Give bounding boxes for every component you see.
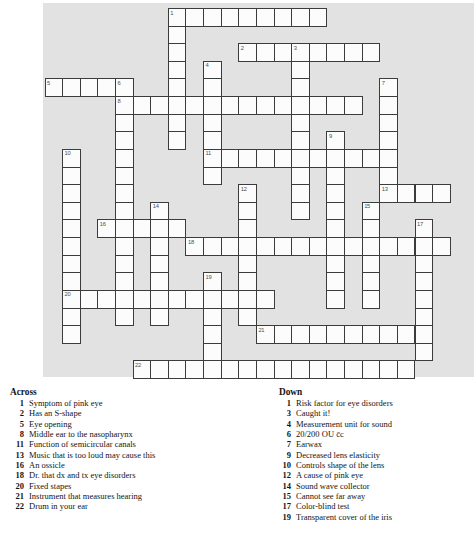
grid-cell-r18c17[interactable] <box>344 325 363 344</box>
grid-cell-r15c9[interactable]: 19 <box>203 272 222 291</box>
grid-cell-r18c20[interactable] <box>397 325 416 344</box>
cell-number-9: 9 <box>329 133 332 140</box>
grid-cell-r8c14[interactable] <box>291 149 310 168</box>
grid-cell-r14c6[interactable] <box>150 255 169 274</box>
cell-number-21: 21 <box>258 327 264 334</box>
grid-cell-r18c15[interactable] <box>309 325 328 344</box>
grid-cell-r18c14[interactable] <box>291 325 310 344</box>
grid-cell-r16c18[interactable] <box>362 290 381 309</box>
grid-cell-r9c19[interactable] <box>379 167 398 186</box>
grid-cell-r5c7[interactable] <box>168 96 187 115</box>
grid-cell-r8c18[interactable] <box>362 149 381 168</box>
grid-cell-r9c14[interactable] <box>291 167 310 186</box>
grid-cell-r16c2[interactable] <box>80 290 99 309</box>
clue-number: 1 <box>279 398 291 408</box>
grid-cell-r16c7[interactable] <box>168 290 187 309</box>
grid-cell-r6c4[interactable] <box>115 114 134 133</box>
grid-cell-r18c1[interactable] <box>62 325 81 344</box>
grid-cell-r4c19[interactable]: 7 <box>379 78 398 97</box>
across-clue-2: 2Has an S-shape <box>10 408 265 418</box>
grid-cell-r13c4[interactable] <box>115 237 134 256</box>
grid-cell-r4c4[interactable]: 6 <box>115 78 134 97</box>
clue-text: Instrument that measures hearing <box>24 491 142 501</box>
grid-cell-r5c8[interactable] <box>185 96 204 115</box>
clue-number: 1 <box>10 398 24 408</box>
grid-cell-r19c9[interactable] <box>203 343 222 362</box>
cell-number-14: 14 <box>153 203 159 210</box>
grid-cell-r13c20[interactable] <box>397 237 416 256</box>
grid-cell-r8c11[interactable] <box>238 149 257 168</box>
grid-cell-r8c15[interactable] <box>309 149 328 168</box>
grid-cell-r16c6[interactable] <box>150 290 169 309</box>
down-clue-10: 10Controls shape of the lens <box>279 460 471 470</box>
grid-cell-r3c14[interactable] <box>291 61 310 80</box>
cell-number-22: 22 <box>135 362 141 369</box>
cell-number-17: 17 <box>417 221 423 228</box>
grid-cell-r8c4[interactable] <box>115 149 134 168</box>
clue-text: Middle ear to the nasopharynx <box>24 429 133 439</box>
grid-cell-r20c12[interactable] <box>256 360 275 379</box>
down-clue-1: 1Risk factor for eye disorders <box>279 398 471 408</box>
grid-cell-r17c9[interactable] <box>203 308 222 327</box>
grid-cell-r0c8[interactable] <box>185 8 204 27</box>
grid-cell-r2c12[interactable] <box>256 43 275 62</box>
grid-cell-r20c10[interactable] <box>221 360 240 379</box>
grid-cell-r2c7[interactable] <box>168 43 187 62</box>
grid-cell-r10c4[interactable] <box>115 184 134 203</box>
grid-cell-r12c21[interactable]: 17 <box>415 219 434 238</box>
grid-cell-r12c5[interactable] <box>133 219 152 238</box>
clue-text: An ossicle <box>24 460 65 470</box>
clue-number: 13 <box>10 450 24 460</box>
grid-cell-r0c14[interactable] <box>291 8 310 27</box>
grid-cell-r14c21[interactable] <box>415 255 434 274</box>
grid-cell-r5c11[interactable] <box>238 96 257 115</box>
grid-cell-r13c18[interactable] <box>362 237 381 256</box>
across-clues-section: Across 1Symptom of pink eye2Has an S-sha… <box>10 387 265 512</box>
grid-cell-r0c9[interactable] <box>203 8 222 27</box>
clue-text: Drum in your ear <box>24 501 88 511</box>
cell-number-18: 18 <box>188 239 194 246</box>
clue-number: 20 <box>10 481 24 491</box>
grid-cell-r20c15[interactable] <box>309 360 328 379</box>
clue-text: Decreased lens elasticity <box>291 450 380 460</box>
grid-cell-r13c22[interactable] <box>432 237 451 256</box>
grid-cell-r0c15[interactable] <box>309 8 328 27</box>
grid-cell-r8c12[interactable] <box>256 149 275 168</box>
grid-cell-r2c17[interactable] <box>344 43 363 62</box>
grid-cell-r7c16[interactable]: 9 <box>326 131 345 150</box>
grid-cell-r16c3[interactable] <box>97 290 116 309</box>
grid-cell-r14c1[interactable] <box>62 255 81 274</box>
grid-cell-r12c1[interactable] <box>62 219 81 238</box>
grid-cell-r1c7[interactable] <box>168 26 187 45</box>
clue-number: 22 <box>10 501 24 511</box>
grid-cell-r16c16[interactable] <box>326 290 345 309</box>
grid-cell-r17c6[interactable] <box>150 308 169 327</box>
grid-cell-r20c16[interactable] <box>326 360 345 379</box>
clue-number: 16 <box>10 460 24 470</box>
clue-number: 21 <box>10 491 24 501</box>
grid-cell-r4c14[interactable] <box>291 78 310 97</box>
grid-cell-r13c14[interactable] <box>291 237 310 256</box>
grid-cell-r8c1[interactable]: 10 <box>62 149 81 168</box>
crossword-grid-panel: 12345678910111213141516171819202122 <box>43 3 474 377</box>
clue-text: Risk factor for eye disorders <box>291 398 393 408</box>
clue-number: 11 <box>10 439 24 449</box>
grid-cell-r5c10[interactable] <box>221 96 240 115</box>
grid-cell-r12c7[interactable] <box>168 219 187 238</box>
grid-cell-r12c4[interactable] <box>115 219 134 238</box>
grid-cell-r10c22[interactable] <box>432 184 451 203</box>
grid-cell-r8c13[interactable] <box>274 149 293 168</box>
grid-cell-r8c9[interactable]: 11 <box>203 149 222 168</box>
clue-number: 5 <box>10 419 24 429</box>
grid-cell-r8c19[interactable] <box>379 149 398 168</box>
clue-text: Eye opening <box>24 419 72 429</box>
grid-cell-r2c15[interactable] <box>309 43 328 62</box>
grid-cell-r10c19[interactable]: 13 <box>379 184 398 203</box>
across-clue-list: 1Symptom of pink eye2Has an S-shape5Eye … <box>10 398 265 512</box>
grid-cell-r8c10[interactable] <box>221 149 240 168</box>
clue-text: 20/200 OU c̄c <box>291 429 344 439</box>
grid-cell-r16c10[interactable] <box>221 290 240 309</box>
cell-number-20: 20 <box>65 291 71 298</box>
grid-cell-r5c5[interactable] <box>133 96 152 115</box>
across-clue-1: 1Symptom of pink eye <box>10 398 265 408</box>
cell-number-5: 5 <box>47 80 50 87</box>
grid-cell-r13c13[interactable] <box>274 237 293 256</box>
grid-cell-r12c3[interactable]: 16 <box>97 219 116 238</box>
grid-cell-r20c20[interactable] <box>397 360 416 379</box>
grid-cell-r17c11[interactable] <box>238 308 257 327</box>
grid-cell-r20c5[interactable]: 22 <box>133 360 152 379</box>
clue-number: 2 <box>10 408 24 418</box>
grid-cell-r0c11[interactable] <box>238 8 257 27</box>
cell-number-19: 19 <box>206 274 212 281</box>
grid-cell-r15c16[interactable] <box>326 272 345 291</box>
grid-cell-r9c1[interactable] <box>62 167 81 186</box>
down-clue-19: 19Transparent cover of the iris <box>279 512 471 522</box>
grid-cell-r7c9[interactable] <box>203 131 222 150</box>
grid-cell-r16c11[interactable] <box>238 290 257 309</box>
grid-cell-r16c9[interactable] <box>203 290 222 309</box>
grid-cell-r2c13[interactable] <box>274 43 293 62</box>
clue-text: Music that is too loud may cause this <box>24 450 155 460</box>
across-header: Across <box>10 387 265 398</box>
clue-number: 3 <box>279 408 291 418</box>
grid-cell-r5c4[interactable]: 8 <box>115 96 134 115</box>
cell-number-7: 7 <box>382 80 385 87</box>
clue-text: A cause of pink eye <box>291 470 363 480</box>
grid-cell-r18c12[interactable]: 21 <box>256 325 275 344</box>
cell-number-6: 6 <box>117 80 120 87</box>
across-clue-21: 21Instrument that measures hearing <box>10 491 265 501</box>
grid-cell-r8c16[interactable] <box>326 149 345 168</box>
grid-cell-r5c15[interactable] <box>309 96 328 115</box>
clue-text: Sound wave collector <box>291 481 370 491</box>
cell-number-11: 11 <box>206 150 211 157</box>
grid-cell-r14c11[interactable] <box>238 255 257 274</box>
grid-cell-r11c18[interactable]: 15 <box>362 202 381 221</box>
grid-cell-r2c16[interactable] <box>326 43 345 62</box>
grid-cell-r3c9[interactable]: 4 <box>203 61 222 80</box>
grid-cell-r11c16[interactable] <box>326 202 345 221</box>
grid-cell-r10c1[interactable] <box>62 184 81 203</box>
down-clue-12: 12A cause of pink eye <box>279 470 471 480</box>
grid-cell-r14c18[interactable] <box>362 255 381 274</box>
down-clue-14: 14Sound wave collector <box>279 481 471 491</box>
grid-cell-r9c9[interactable] <box>203 167 222 186</box>
grid-cell-r12c11[interactable] <box>238 219 257 238</box>
down-clue-4: 4Measurement unit for sound <box>279 419 471 429</box>
grid-cell-r16c5[interactable] <box>133 290 152 309</box>
grid-cell-r11c1[interactable] <box>62 202 81 221</box>
cell-number-2: 2 <box>241 45 244 52</box>
clue-text: Dr. that dx and tx eye disorders <box>24 470 135 480</box>
grid-cell-r16c8[interactable] <box>185 290 204 309</box>
down-clue-9: 9Decreased lens elasticity <box>279 450 471 460</box>
grid-cell-r18c21[interactable] <box>415 325 434 344</box>
grid-cell-r10c20[interactable] <box>397 184 416 203</box>
grid-cell-r10c14[interactable] <box>291 184 310 203</box>
grid-cell-r13c10[interactable] <box>221 237 240 256</box>
clue-text: Transparent cover of the iris <box>291 512 392 522</box>
grid-cell-r13c15[interactable] <box>309 237 328 256</box>
grid-cell-r10c21[interactable] <box>415 184 434 203</box>
clue-text: Color-blind test <box>291 501 349 511</box>
grid-cell-r8c17[interactable] <box>344 149 363 168</box>
grid-cell-r6c19[interactable] <box>379 114 398 133</box>
grid-cell-r4c7[interactable] <box>168 78 187 97</box>
grid-cell-r2c11[interactable]: 2 <box>238 43 257 62</box>
grid-cell-r13c1[interactable] <box>62 237 81 256</box>
grid-cell-r5c13[interactable] <box>274 96 293 115</box>
across-clue-11: 11Function of semicircular canals <box>10 439 265 449</box>
clue-text: Function of semicircular canals <box>24 439 136 449</box>
grid-cell-r16c12[interactable] <box>256 290 275 309</box>
grid-cell-r5c12[interactable] <box>256 96 275 115</box>
grid-cell-r13c16[interactable] <box>326 237 345 256</box>
grid-cell-r0c7[interactable]: 1 <box>168 8 187 27</box>
grid-cell-r17c21[interactable] <box>415 308 434 327</box>
cell-number-16: 16 <box>100 221 106 228</box>
grid-cell-r5c6[interactable] <box>150 96 169 115</box>
clue-number: 19 <box>279 512 291 522</box>
grid-cell-r15c11[interactable] <box>238 272 257 291</box>
grid-cell-r7c19[interactable] <box>379 131 398 150</box>
across-clue-18: 18Dr. that dx and tx eye disorders <box>10 470 265 480</box>
down-clue-7: 7Earwax <box>279 439 471 449</box>
clue-text: Controls shape of the lens <box>291 460 384 470</box>
grid-cell-r20c13[interactable] <box>274 360 293 379</box>
grid-cell-r0c13[interactable] <box>274 8 293 27</box>
across-clue-20: 20Fixed stapes <box>10 481 265 491</box>
grid-cell-r10c11[interactable]: 12 <box>238 184 257 203</box>
grid-cell-r17c4[interactable] <box>115 308 134 327</box>
grid-cell-r15c1[interactable] <box>62 272 81 291</box>
grid-cell-r11c14[interactable] <box>291 202 310 221</box>
grid-cell-r0c12[interactable] <box>256 8 275 27</box>
grid-cell-r4c2[interactable] <box>80 78 99 97</box>
clue-number: 9 <box>279 450 291 460</box>
clue-number: 12 <box>279 470 291 480</box>
down-clue-list: 1Risk factor for eye disorders3Caught it… <box>279 398 471 522</box>
grid-cell-r4c9[interactable] <box>203 78 222 97</box>
grid-cell-r13c8[interactable]: 18 <box>185 237 204 256</box>
grid-cell-r18c19[interactable] <box>379 325 398 344</box>
grid-cell-r5c19[interactable] <box>379 96 398 115</box>
grid-cell-r20c14[interactable] <box>291 360 310 379</box>
grid-cell-r11c4[interactable] <box>115 202 134 221</box>
grid-cell-r20c17[interactable] <box>344 360 363 379</box>
across-clue-16: 16An ossicle <box>10 460 265 470</box>
down-clue-15: 15Cannot see far away <box>279 491 471 501</box>
cell-number-1: 1 <box>170 10 173 17</box>
grid-cell-r11c11[interactable] <box>238 202 257 221</box>
grid-cell-r9c4[interactable] <box>115 167 134 186</box>
clue-number: 8 <box>10 429 24 439</box>
grid-cell-r4c0[interactable]: 5 <box>45 78 64 97</box>
grid-cell-r15c6[interactable] <box>150 272 169 291</box>
grid-cell-r14c16[interactable] <box>326 255 345 274</box>
grid-cell-r15c4[interactable] <box>115 272 134 291</box>
clue-number: 17 <box>279 501 291 511</box>
grid-cell-r6c7[interactable] <box>168 114 187 133</box>
across-clue-13: 13Music that is too loud may cause this <box>10 450 265 460</box>
grid-cell-r19c21[interactable] <box>415 343 434 362</box>
down-clues-section: Down 1Risk factor for eye disorders3Caug… <box>279 387 471 522</box>
grid-cell-r13c9[interactable] <box>203 237 222 256</box>
grid-cell-r4c3[interactable] <box>97 78 116 97</box>
cell-number-8: 8 <box>117 98 120 105</box>
clue-text: Measurement unit for sound <box>291 419 392 429</box>
grid-cell-r14c4[interactable] <box>115 255 134 274</box>
grid-cell-r6c9[interactable] <box>203 114 222 133</box>
clue-number: 18 <box>10 470 24 480</box>
cell-number-15: 15 <box>364 203 370 210</box>
grid-cell-r16c1[interactable]: 20 <box>62 290 81 309</box>
clue-number: 7 <box>279 439 291 449</box>
grid-cell-r20c18[interactable] <box>362 360 381 379</box>
clue-number: 15 <box>279 491 291 501</box>
grid-cell-r4c1[interactable] <box>62 78 81 97</box>
clue-number: 14 <box>279 481 291 491</box>
grid-cell-r20c19[interactable] <box>379 360 398 379</box>
clue-text: Caught it! <box>291 408 330 418</box>
grid-cell-r5c16[interactable] <box>326 96 345 115</box>
cell-number-3: 3 <box>294 45 297 52</box>
grid-cell-r18c9[interactable] <box>203 325 222 344</box>
down-clue-6: 620/200 OU c̄c <box>279 429 471 439</box>
grid-cell-r13c12[interactable] <box>256 237 275 256</box>
grid-cell-r9c16[interactable] <box>326 167 345 186</box>
grid-cell-r12c6[interactable] <box>150 219 169 238</box>
grid-cell-r11c6[interactable]: 14 <box>150 202 169 221</box>
grid-cell-r12c18[interactable] <box>362 219 381 238</box>
grid-cell-r5c17[interactable] <box>344 96 363 115</box>
cell-number-10: 10 <box>65 150 71 157</box>
grid-cell-r13c17[interactable] <box>344 237 363 256</box>
grid-cell-r7c7[interactable] <box>168 131 187 150</box>
clue-text: Cannot see far away <box>291 491 365 501</box>
grid-cell-r3c7[interactable] <box>168 61 187 80</box>
grid-cell-r15c18[interactable] <box>362 272 381 291</box>
down-clue-17: 17Color-blind test <box>279 501 471 511</box>
grid-cell-r12c16[interactable] <box>326 219 345 238</box>
grid-cell-r10c16[interactable] <box>326 184 345 203</box>
grid-cell-r2c14[interactable]: 3 <box>291 43 310 62</box>
cell-number-13: 13 <box>382 186 388 193</box>
across-clue-22: 22Drum in your ear <box>10 501 265 511</box>
clue-number: 4 <box>279 419 291 429</box>
cell-number-4: 4 <box>206 62 209 69</box>
across-clue-8: 8Middle ear to the nasopharynx <box>10 429 265 439</box>
grid-cell-r20c6[interactable] <box>150 360 169 379</box>
grid-cell-r18c18[interactable] <box>362 325 381 344</box>
grid-cell-r16c21[interactable] <box>415 290 434 309</box>
across-clue-5: 5Eye opening <box>10 419 265 429</box>
clue-number: 6 <box>279 429 291 439</box>
clue-text: Earwax <box>291 439 322 449</box>
grid-cell-r20c8[interactable] <box>185 360 204 379</box>
grid-cell-r13c6[interactable] <box>150 237 169 256</box>
grid-cell-r7c14[interactable] <box>291 131 310 150</box>
grid-cell-r13c19[interactable] <box>379 237 398 256</box>
down-header: Down <box>279 387 471 398</box>
grid-cell-r16c4[interactable] <box>115 290 134 309</box>
down-clue-3: 3Caught it! <box>279 408 471 418</box>
grid-cell-r15c21[interactable] <box>415 272 434 291</box>
grid-cell-r20c11[interactable] <box>238 360 257 379</box>
grid-cell-r6c14[interactable] <box>291 114 310 133</box>
grid-cell-r13c21[interactable] <box>415 237 434 256</box>
grid-cell-r20c7[interactable] <box>168 360 187 379</box>
clue-text: Symptom of pink eye <box>24 398 102 408</box>
grid-cell-r17c1[interactable] <box>62 308 81 327</box>
cell-number-12: 12 <box>241 186 247 193</box>
grid-cell-r18c16[interactable] <box>326 325 345 344</box>
grid-cell-r20c9[interactable] <box>203 360 222 379</box>
grid-cell-r2c18[interactable] <box>362 43 381 62</box>
clue-text: Has an S-shape <box>24 408 81 418</box>
grid-cell-r5c9[interactable] <box>203 96 222 115</box>
grid-cell-r18c13[interactable] <box>274 325 293 344</box>
grid-cell-r5c14[interactable] <box>291 96 310 115</box>
grid-cell-r7c4[interactable] <box>115 131 134 150</box>
grid-cell-r0c10[interactable] <box>221 8 240 27</box>
clue-number: 10 <box>279 460 291 470</box>
clue-text: Fixed stapes <box>24 481 71 491</box>
grid-cell-r13c11[interactable] <box>238 237 257 256</box>
